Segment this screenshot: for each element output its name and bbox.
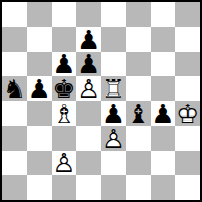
square-f1[interactable] — [126, 175, 151, 200]
square-h8[interactable] — [175, 2, 200, 27]
square-h7[interactable] — [175, 27, 200, 52]
square-e1[interactable] — [101, 175, 126, 200]
piece-black-pawn[interactable]: ♟ — [151, 101, 176, 126]
square-g3[interactable] — [151, 126, 176, 151]
square-g2[interactable] — [151, 151, 176, 176]
square-c8[interactable] — [52, 2, 77, 27]
square-f3[interactable] — [126, 126, 151, 151]
piece-black-pawn[interactable]: ♟ — [52, 52, 77, 77]
square-f4[interactable]: ♝ — [126, 101, 151, 126]
square-d6[interactable]: ♟ — [76, 52, 101, 77]
square-c1[interactable] — [52, 175, 77, 200]
square-h1[interactable] — [175, 175, 200, 200]
square-c2[interactable]: ♟♙ — [52, 151, 77, 176]
square-a1[interactable] — [2, 175, 27, 200]
square-h4[interactable]: ♚♔ — [175, 101, 200, 126]
square-e6[interactable] — [101, 52, 126, 77]
square-f8[interactable] — [126, 2, 151, 27]
square-g6[interactable] — [151, 52, 176, 77]
square-g7[interactable] — [151, 27, 176, 52]
piece-black-pawn[interactable]: ♟ — [101, 101, 126, 126]
square-a7[interactable] — [2, 27, 27, 52]
piece-black-king[interactable]: ♚ — [52, 76, 77, 101]
square-c4[interactable]: ♝♗ — [52, 101, 77, 126]
square-e4[interactable]: ♟ — [101, 101, 126, 126]
square-h5[interactable] — [175, 76, 200, 101]
square-b8[interactable] — [27, 2, 52, 27]
square-c5[interactable]: ♚ — [52, 76, 77, 101]
square-g8[interactable] — [151, 2, 176, 27]
square-b3[interactable] — [27, 126, 52, 151]
square-g5[interactable] — [151, 76, 176, 101]
black-piece-glyph: ♟ — [27, 76, 50, 102]
black-piece-glyph: ♝ — [126, 101, 149, 127]
square-c7[interactable] — [52, 27, 77, 52]
white-piece-outline-layer: ♙ — [77, 76, 100, 102]
piece-black-pawn[interactable]: ♟ — [76, 27, 101, 52]
white-piece-outline-layer: ♔ — [176, 101, 199, 127]
square-e8[interactable] — [101, 2, 126, 27]
white-piece-outline-layer: ♗ — [52, 101, 75, 127]
piece-white-bishop[interactable]: ♝♗ — [52, 101, 77, 126]
square-a8[interactable] — [2, 2, 27, 27]
square-e5[interactable]: ♜♖ — [101, 76, 126, 101]
square-h2[interactable] — [175, 151, 200, 176]
square-h3[interactable] — [175, 126, 200, 151]
square-d4[interactable] — [76, 101, 101, 126]
piece-black-pawn[interactable]: ♟ — [27, 76, 52, 101]
chess-board-frame: ♟♟♟♞♟♚♟♙♜♖♝♗♟♝♟♚♔♟♙♟♙ — [0, 0, 202, 202]
square-a3[interactable] — [2, 126, 27, 151]
piece-black-knight[interactable]: ♞ — [2, 76, 27, 101]
square-d2[interactable] — [76, 151, 101, 176]
piece-black-bishop[interactable]: ♝ — [126, 101, 151, 126]
square-d1[interactable] — [76, 175, 101, 200]
white-piece-outline-layer: ♙ — [52, 150, 75, 176]
piece-white-king[interactable]: ♚♔ — [175, 101, 200, 126]
white-piece-outline-layer: ♙ — [102, 126, 125, 152]
square-a2[interactable] — [2, 151, 27, 176]
piece-white-pawn[interactable]: ♟♙ — [76, 76, 101, 101]
piece-white-pawn[interactable]: ♟♙ — [101, 126, 126, 151]
square-e7[interactable] — [101, 27, 126, 52]
square-b7[interactable] — [27, 27, 52, 52]
square-b5[interactable]: ♟ — [27, 76, 52, 101]
square-a4[interactable] — [2, 101, 27, 126]
square-a5[interactable]: ♞ — [2, 76, 27, 101]
black-piece-glyph: ♟ — [151, 101, 174, 127]
piece-white-rook[interactable]: ♜♖ — [101, 76, 126, 101]
square-c3[interactable] — [52, 126, 77, 151]
square-g1[interactable] — [151, 175, 176, 200]
black-piece-glyph: ♞ — [3, 76, 26, 102]
square-b4[interactable] — [27, 101, 52, 126]
square-c6[interactable]: ♟ — [52, 52, 77, 77]
square-f7[interactable] — [126, 27, 151, 52]
square-d5[interactable]: ♟♙ — [76, 76, 101, 101]
square-f2[interactable] — [126, 151, 151, 176]
square-d8[interactable] — [76, 2, 101, 27]
square-e3[interactable]: ♟♙ — [101, 126, 126, 151]
square-b6[interactable] — [27, 52, 52, 77]
square-b1[interactable] — [27, 175, 52, 200]
square-h6[interactable] — [175, 52, 200, 77]
square-e2[interactable] — [101, 151, 126, 176]
square-d7[interactable]: ♟ — [76, 27, 101, 52]
square-b2[interactable] — [27, 151, 52, 176]
square-g4[interactable]: ♟ — [151, 101, 176, 126]
square-f6[interactable] — [126, 52, 151, 77]
piece-black-pawn[interactable]: ♟ — [76, 52, 101, 77]
chess-board: ♟♟♟♞♟♚♟♙♜♖♝♗♟♝♟♚♔♟♙♟♙ — [2, 2, 200, 200]
square-a6[interactable] — [2, 52, 27, 77]
piece-white-pawn[interactable]: ♟♙ — [52, 151, 77, 176]
square-d3[interactable] — [76, 126, 101, 151]
square-f5[interactable] — [126, 76, 151, 101]
